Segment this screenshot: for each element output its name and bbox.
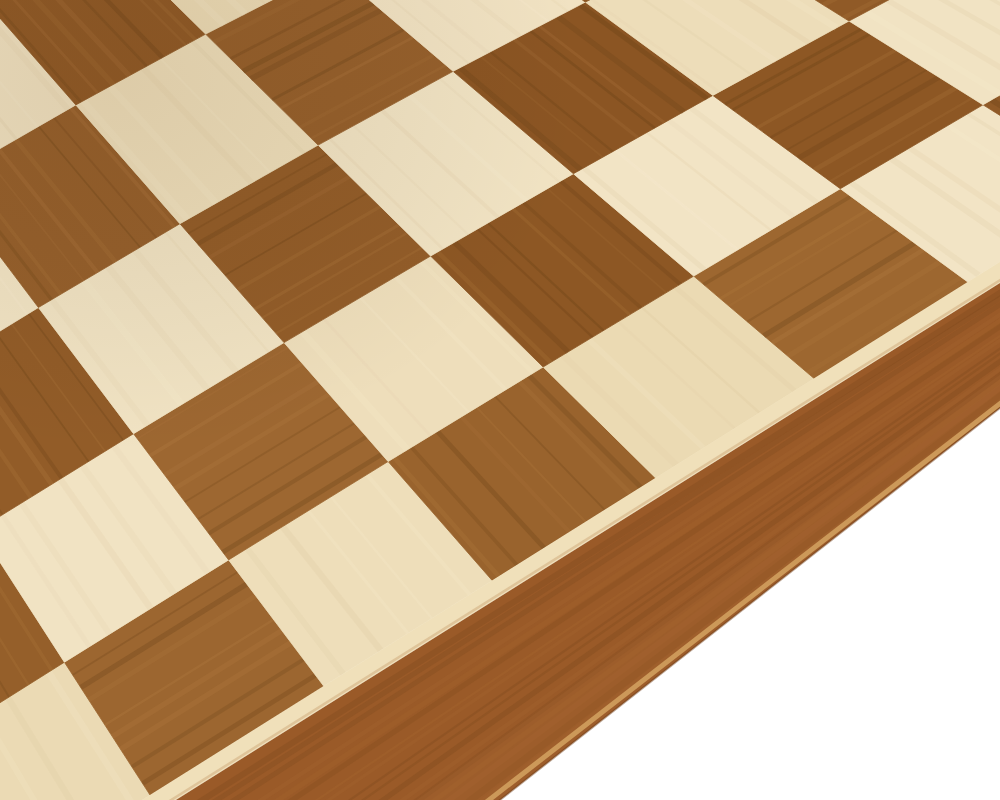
chess-board [0,0,1000,800]
photo-vignette [0,0,1000,800]
chessboard-product-photo [0,0,1000,800]
